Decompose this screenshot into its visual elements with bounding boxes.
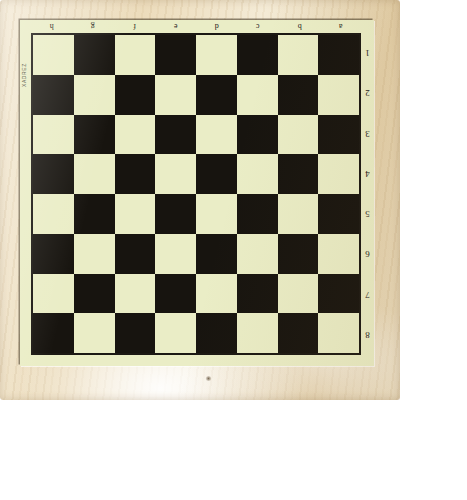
square-a5 xyxy=(318,194,359,234)
rank-label-5: 5 xyxy=(361,194,374,234)
square-h8 xyxy=(33,313,74,353)
file-label-e: e xyxy=(155,20,196,33)
square-e8 xyxy=(155,313,196,353)
chess-board: hgfedcba 12345678 XADREZ xyxy=(0,0,400,400)
file-label-a: a xyxy=(320,20,361,33)
rank-label-3: 3 xyxy=(361,114,374,154)
square-f3 xyxy=(115,115,156,155)
square-f7 xyxy=(115,274,156,314)
square-e1 xyxy=(155,35,196,75)
rank-label-1: 1 xyxy=(361,33,374,73)
square-a7 xyxy=(318,274,359,314)
file-label-c: c xyxy=(237,20,278,33)
square-a8 xyxy=(318,313,359,353)
square-b2 xyxy=(278,75,319,115)
square-b3 xyxy=(278,115,319,155)
square-e3 xyxy=(155,115,196,155)
square-g6 xyxy=(74,234,115,274)
file-label-d: d xyxy=(196,20,237,33)
square-d7 xyxy=(196,274,237,314)
square-e4 xyxy=(155,154,196,194)
file-labels: hgfedcba xyxy=(31,20,361,33)
square-c3 xyxy=(237,115,278,155)
square-f1 xyxy=(115,35,156,75)
wooden-frame: hgfedcba 12345678 XADREZ xyxy=(0,0,400,400)
square-f2 xyxy=(115,75,156,115)
square-h4 xyxy=(33,154,74,194)
square-f4 xyxy=(115,154,156,194)
wood-knot xyxy=(205,376,212,381)
square-g3 xyxy=(74,115,115,155)
square-h5 xyxy=(33,194,74,234)
square-a6 xyxy=(318,234,359,274)
square-d5 xyxy=(196,194,237,234)
file-label-f: f xyxy=(114,20,155,33)
square-d1 xyxy=(196,35,237,75)
rank-label-8: 8 xyxy=(361,315,374,355)
square-b1 xyxy=(278,35,319,75)
square-g7 xyxy=(74,274,115,314)
rank-label-2: 2 xyxy=(361,73,374,113)
square-e5 xyxy=(155,194,196,234)
square-f5 xyxy=(115,194,156,234)
file-label-h: h xyxy=(31,20,72,33)
rank-label-7: 7 xyxy=(361,275,374,315)
square-f8 xyxy=(115,313,156,353)
square-h7 xyxy=(33,274,74,314)
square-a3 xyxy=(318,115,359,155)
file-label-b: b xyxy=(279,20,320,33)
file-label-g: g xyxy=(72,20,113,33)
square-d6 xyxy=(196,234,237,274)
square-c5 xyxy=(237,194,278,234)
square-c7 xyxy=(237,274,278,314)
square-f6 xyxy=(115,234,156,274)
square-e2 xyxy=(155,75,196,115)
square-g8 xyxy=(74,313,115,353)
square-g1 xyxy=(74,35,115,75)
square-g2 xyxy=(74,75,115,115)
product-photo: hgfedcba 12345678 XADREZ xyxy=(0,0,467,500)
board-card: hgfedcba 12345678 XADREZ xyxy=(20,20,374,366)
rank-labels: 12345678 xyxy=(361,33,374,355)
square-h6 xyxy=(33,234,74,274)
square-c2 xyxy=(237,75,278,115)
square-d8 xyxy=(196,313,237,353)
square-e6 xyxy=(155,234,196,274)
square-d3 xyxy=(196,115,237,155)
square-b4 xyxy=(278,154,319,194)
square-b8 xyxy=(278,313,319,353)
brand-text: XADREZ xyxy=(21,44,30,106)
square-e7 xyxy=(155,274,196,314)
square-c6 xyxy=(237,234,278,274)
square-c4 xyxy=(237,154,278,194)
squares-grid xyxy=(31,33,361,355)
square-d4 xyxy=(196,154,237,194)
square-h2 xyxy=(33,75,74,115)
square-g5 xyxy=(74,194,115,234)
square-a1 xyxy=(318,35,359,75)
square-a4 xyxy=(318,154,359,194)
square-b6 xyxy=(278,234,319,274)
rank-label-6: 6 xyxy=(361,234,374,274)
square-h3 xyxy=(33,115,74,155)
square-d2 xyxy=(196,75,237,115)
square-c8 xyxy=(237,313,278,353)
square-a2 xyxy=(318,75,359,115)
square-c1 xyxy=(237,35,278,75)
square-b5 xyxy=(278,194,319,234)
square-b7 xyxy=(278,274,319,314)
rank-label-4: 4 xyxy=(361,154,374,194)
square-h1 xyxy=(33,35,74,75)
square-g4 xyxy=(74,154,115,194)
